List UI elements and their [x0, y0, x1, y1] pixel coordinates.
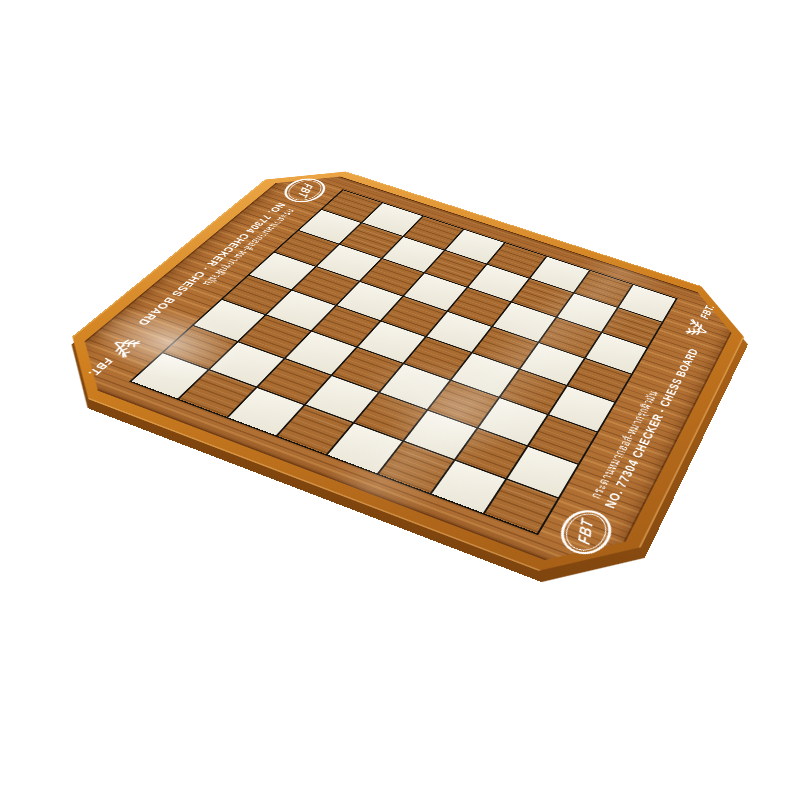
corner-brand-mark: FBT.: [80, 334, 145, 379]
fbt-logo-text: FBT: [294, 182, 315, 199]
fbt-corner-text: FBT.: [697, 303, 716, 320]
fbt-corner-text: FBT.: [84, 356, 115, 377]
product-photo: FBT กระดานหมากฮอส์-หมากรุกผิวมัน NO. 773…: [0, 0, 800, 800]
fbt-oval-logo: FBT: [276, 174, 333, 206]
fbt-oval-logo: FBT: [552, 503, 619, 560]
checker-chess-board: FBT กระดานหมากฮอส์-หมากรุกผิวมัน NO. 773…: [25, 155, 760, 600]
corner-brand-mark: FBT.: [682, 301, 721, 339]
fbt-logo-text: FBT: [574, 516, 597, 546]
wheat-sprig-icon: [682, 317, 712, 339]
wheat-sprig-icon: [102, 334, 144, 359]
